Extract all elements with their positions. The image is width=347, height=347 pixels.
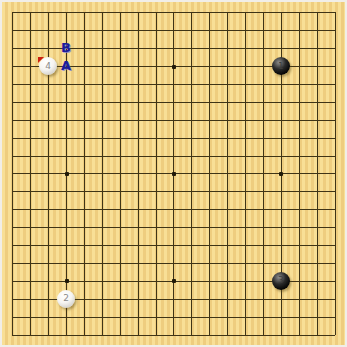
point-label-a[interactable]: A — [61, 58, 71, 73]
last-move-marker-icon — [38, 57, 44, 63]
star-point — [172, 65, 176, 69]
grid-line-vertical — [209, 12, 210, 334]
go-board[interactable]: AB1234 — [2, 2, 345, 345]
grid-line-horizontal — [12, 245, 334, 246]
grid-line-vertical — [263, 12, 264, 334]
grid-line-vertical — [191, 12, 192, 334]
stone-white-2[interactable]: 2 — [57, 290, 75, 308]
grid-line-vertical — [335, 12, 336, 334]
grid-line-vertical — [245, 12, 246, 334]
grid-line-horizontal — [12, 227, 334, 228]
point-label-b[interactable]: B — [61, 40, 71, 55]
move-number: 3 — [278, 276, 284, 285]
grid-line-horizontal — [12, 209, 334, 210]
grid-line-horizontal — [12, 263, 334, 264]
grid-line-horizontal — [12, 335, 334, 336]
star-point — [172, 279, 176, 283]
grid-line-horizontal — [12, 191, 334, 192]
grid-line-vertical — [317, 12, 318, 334]
screenshot-frame: AB1234 — [0, 0, 347, 347]
grid-line-vertical — [299, 12, 300, 334]
star-point — [172, 172, 176, 176]
stone-black-3[interactable]: 3 — [272, 272, 290, 290]
star-point — [279, 172, 283, 176]
move-number: 4 — [45, 62, 51, 71]
star-point — [65, 172, 69, 176]
grid-line-vertical — [227, 12, 228, 334]
star-point — [65, 279, 69, 283]
move-number: 2 — [63, 294, 69, 303]
stone-black-1[interactable]: 1 — [272, 57, 290, 75]
grid-line-horizontal — [12, 317, 334, 318]
move-number: 1 — [278, 62, 284, 71]
